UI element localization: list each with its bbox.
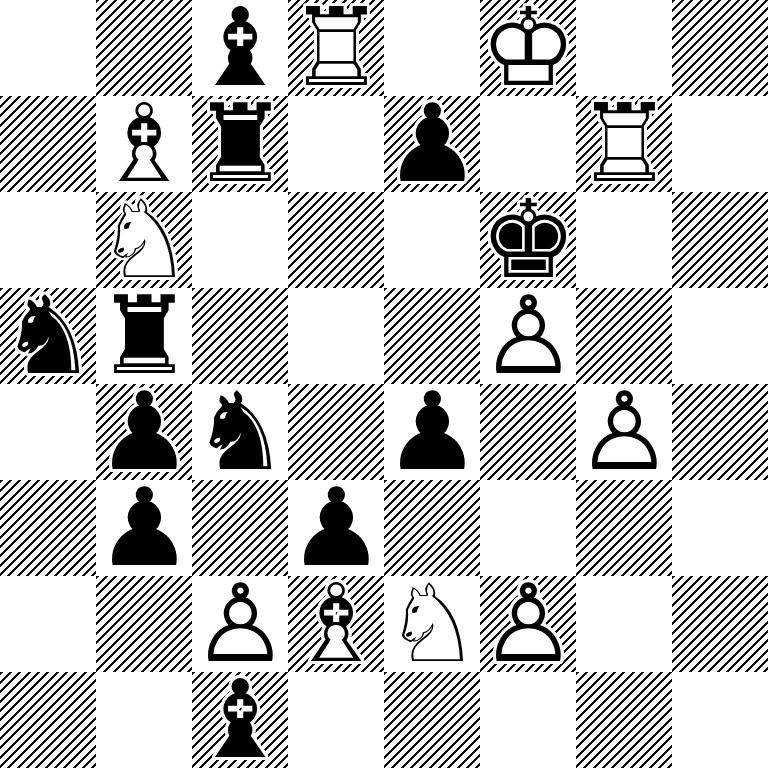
pawn-icon: ♙ (480, 288, 577, 384)
square-h7[interactable] (672, 96, 768, 192)
piece-white-bishop[interactable]: ♝♗ (288, 576, 384, 672)
knight-icon: ♞ (192, 384, 289, 480)
square-f2[interactable]: ♟♙ (480, 576, 576, 672)
square-e7[interactable]: ♟ (384, 96, 480, 192)
king-icon: ♔ (480, 0, 577, 96)
square-a2[interactable] (0, 576, 96, 672)
bishop-icon: ♗ (288, 576, 385, 672)
square-f8[interactable]: ♚♔ (480, 0, 576, 96)
rook-icon: ♜ (192, 96, 289, 192)
rook-icon: ♖ (576, 96, 673, 192)
square-b3[interactable]: ♟ (96, 480, 192, 576)
square-g6[interactable] (576, 192, 672, 288)
square-h6[interactable] (672, 192, 768, 288)
square-g2[interactable] (576, 576, 672, 672)
square-h8[interactable] (672, 0, 768, 96)
square-d8[interactable]: ♜♖ (288, 0, 384, 96)
piece-white-pawn[interactable]: ♟♙ (480, 576, 576, 672)
square-e4[interactable]: ♟ (384, 384, 480, 480)
pawn-icon: ♟ (384, 96, 481, 192)
knight-icon: ♘ (384, 576, 481, 672)
square-c6[interactable] (192, 192, 288, 288)
square-f4[interactable] (480, 384, 576, 480)
pawn-icon: ♙ (576, 384, 673, 480)
piece-white-rook[interactable]: ♜♖ (288, 0, 384, 96)
square-d2[interactable]: ♝♗ (288, 576, 384, 672)
square-f5[interactable]: ♟♙ (480, 288, 576, 384)
square-h2[interactable] (672, 576, 768, 672)
square-f1[interactable] (480, 672, 576, 768)
square-e6[interactable] (384, 192, 480, 288)
square-d6[interactable] (288, 192, 384, 288)
square-g3[interactable] (576, 480, 672, 576)
square-h4[interactable] (672, 384, 768, 480)
pawn-icon: ♙ (480, 576, 577, 672)
square-g1[interactable] (576, 672, 672, 768)
piece-black-knight[interactable]: ♞ (0, 288, 96, 384)
square-c7[interactable]: ♜ (192, 96, 288, 192)
piece-white-rook[interactable]: ♜♖ (576, 96, 672, 192)
square-a4[interactable] (0, 384, 96, 480)
square-c4[interactable]: ♞ (192, 384, 288, 480)
piece-black-pawn[interactable]: ♟ (384, 96, 480, 192)
piece-white-king[interactable]: ♚♔ (480, 0, 576, 96)
square-b1[interactable] (96, 672, 192, 768)
square-d7[interactable] (288, 96, 384, 192)
chess-board: ♝♜♖♚♔♝♗♜♟♜♖♞♘♚♞♜♟♙♟♞♟♟♙♟♟♟♙♝♗♞♘♟♙♝ (0, 0, 768, 768)
square-h3[interactable] (672, 480, 768, 576)
pawn-icon: ♟ (96, 480, 193, 576)
pawn-icon: ♟ (384, 384, 481, 480)
piece-black-rook[interactable]: ♜ (192, 96, 288, 192)
piece-black-knight[interactable]: ♞ (192, 384, 288, 480)
bishop-icon: ♝ (192, 672, 289, 768)
piece-white-pawn[interactable]: ♟♙ (480, 288, 576, 384)
square-c1[interactable]: ♝ (192, 672, 288, 768)
square-g7[interactable]: ♜♖ (576, 96, 672, 192)
piece-black-pawn[interactable]: ♟ (384, 384, 480, 480)
piece-black-bishop[interactable]: ♝ (192, 672, 288, 768)
square-a7[interactable] (0, 96, 96, 192)
square-h1[interactable] (672, 672, 768, 768)
square-a8[interactable] (0, 0, 96, 96)
square-h5[interactable] (672, 288, 768, 384)
piece-white-knight[interactable]: ♞♘ (384, 576, 480, 672)
square-a3[interactable] (0, 480, 96, 576)
square-e1[interactable] (384, 672, 480, 768)
knight-icon: ♞ (0, 288, 97, 384)
square-a1[interactable] (0, 672, 96, 768)
square-b2[interactable] (96, 576, 192, 672)
square-a5[interactable]: ♞ (0, 288, 96, 384)
rook-icon: ♖ (288, 0, 385, 96)
piece-black-pawn[interactable]: ♟ (96, 480, 192, 576)
piece-white-pawn[interactable]: ♟♙ (576, 384, 672, 480)
square-e2[interactable]: ♞♘ (384, 576, 480, 672)
square-g4[interactable]: ♟♙ (576, 384, 672, 480)
square-d1[interactable] (288, 672, 384, 768)
square-d5[interactable] (288, 288, 384, 384)
